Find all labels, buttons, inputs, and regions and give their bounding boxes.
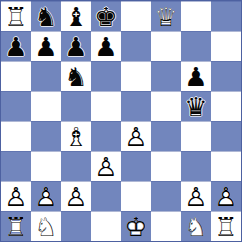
square-c2[interactable]: ♟♙ (61, 181, 91, 211)
square-f5[interactable] (151, 91, 181, 121)
black-pawn-glyph: ♟ (1, 32, 31, 62)
white-pawn-outline: ♙ (91, 152, 121, 182)
white-bishop-outline: ♗ (61, 122, 91, 152)
square-c6[interactable]: ♞ (61, 61, 91, 91)
square-d5[interactable] (91, 91, 121, 121)
square-g5[interactable]: ♛ (181, 91, 211, 121)
square-g1[interactable]: ♞♘ (181, 211, 211, 241)
white-knight-outline: ♘ (181, 212, 211, 242)
white-pawn-outline: ♙ (181, 182, 211, 212)
chess-board-screenshot: ♜♖♞♝♚♛♕♟♟♟♟♞♟♛♝♗♟♙♟♙♟♙♟♙♟♙♟♙♟♙♜♖♞♘♚♔♞♘♜♖ (0, 0, 242, 242)
square-a7[interactable]: ♟ (1, 31, 31, 61)
white-pawn-outline: ♙ (31, 182, 61, 212)
white-queen[interactable]: ♛♕ (151, 1, 181, 31)
chess-board: ♜♖♞♝♚♛♕♟♟♟♟♞♟♛♝♗♟♙♟♙♟♙♟♙♟♙♟♙♟♙♜♖♞♘♚♔♞♘♜♖ (0, 0, 242, 242)
square-h6[interactable] (211, 61, 241, 91)
white-rook-outline: ♖ (1, 2, 31, 32)
square-f8[interactable]: ♛♕ (151, 1, 181, 31)
square-c4[interactable]: ♝♗ (61, 121, 91, 151)
square-b2[interactable]: ♟♙ (31, 181, 61, 211)
white-pawn[interactable]: ♟♙ (181, 181, 211, 211)
square-c1[interactable] (61, 211, 91, 241)
square-e3[interactable] (121, 151, 151, 181)
square-d2[interactable] (91, 181, 121, 211)
square-h2[interactable]: ♟♙ (211, 181, 241, 211)
white-rook[interactable]: ♜♖ (1, 1, 31, 31)
square-a2[interactable]: ♟♙ (1, 181, 31, 211)
black-queen[interactable]: ♛ (181, 91, 211, 121)
square-f2[interactable] (151, 181, 181, 211)
square-d7[interactable]: ♟ (91, 31, 121, 61)
white-king[interactable]: ♚♔ (121, 211, 151, 241)
square-g6[interactable]: ♟ (181, 61, 211, 91)
square-f6[interactable] (151, 61, 181, 91)
square-e4[interactable]: ♟♙ (121, 121, 151, 151)
black-pawn[interactable]: ♟ (91, 31, 121, 61)
square-a6[interactable] (1, 61, 31, 91)
black-bishop[interactable]: ♝ (61, 1, 91, 31)
white-pawn[interactable]: ♟♙ (121, 121, 151, 151)
square-d1[interactable] (91, 211, 121, 241)
square-h1[interactable]: ♜♖ (211, 211, 241, 241)
white-knight[interactable]: ♞♘ (31, 211, 61, 241)
square-f4[interactable] (151, 121, 181, 151)
square-b7[interactable]: ♟ (31, 31, 61, 61)
square-a3[interactable] (1, 151, 31, 181)
square-e5[interactable] (121, 91, 151, 121)
white-pawn-outline: ♙ (61, 182, 91, 212)
white-queen-outline: ♕ (151, 2, 181, 32)
black-king[interactable]: ♚ (91, 1, 121, 31)
square-g2[interactable]: ♟♙ (181, 181, 211, 211)
square-c8[interactable]: ♝ (61, 1, 91, 31)
white-bishop[interactable]: ♝♗ (61, 121, 91, 151)
square-e8[interactable] (121, 1, 151, 31)
white-rook-outline: ♖ (211, 212, 241, 242)
square-g4[interactable] (181, 121, 211, 151)
square-d4[interactable] (91, 121, 121, 151)
white-pawn[interactable]: ♟♙ (211, 181, 241, 211)
square-d8[interactable]: ♚ (91, 1, 121, 31)
square-c3[interactable] (61, 151, 91, 181)
square-c5[interactable] (61, 91, 91, 121)
white-pawn[interactable]: ♟♙ (31, 181, 61, 211)
black-knight[interactable]: ♞ (61, 61, 91, 91)
square-a4[interactable] (1, 121, 31, 151)
black-knight-glyph: ♞ (61, 62, 91, 92)
square-a5[interactable] (1, 91, 31, 121)
square-a1[interactable]: ♜♖ (1, 211, 31, 241)
square-g8[interactable] (181, 1, 211, 31)
square-f1[interactable] (151, 211, 181, 241)
square-e1[interactable]: ♚♔ (121, 211, 151, 241)
white-knight-outline: ♘ (31, 212, 61, 242)
white-pawn[interactable]: ♟♙ (1, 181, 31, 211)
square-b1[interactable]: ♞♘ (31, 211, 61, 241)
square-e6[interactable] (121, 61, 151, 91)
square-d6[interactable] (91, 61, 121, 91)
square-h5[interactable] (211, 91, 241, 121)
square-g3[interactable] (181, 151, 211, 181)
black-queen-glyph: ♛ (181, 92, 211, 122)
white-king-outline: ♔ (121, 212, 151, 242)
square-h3[interactable] (211, 151, 241, 181)
black-pawn[interactable]: ♟ (181, 61, 211, 91)
black-pawn-glyph: ♟ (181, 62, 211, 92)
square-b5[interactable] (31, 91, 61, 121)
black-pawn-glyph: ♟ (31, 32, 61, 62)
white-rook[interactable]: ♜♖ (1, 211, 31, 241)
square-h4[interactable] (211, 121, 241, 151)
white-rook[interactable]: ♜♖ (211, 211, 241, 241)
square-h7[interactable] (211, 31, 241, 61)
black-pawn[interactable]: ♟ (61, 31, 91, 61)
white-rook-outline: ♖ (1, 212, 31, 242)
square-e2[interactable] (121, 181, 151, 211)
white-pawn[interactable]: ♟♙ (61, 181, 91, 211)
black-pawn[interactable]: ♟ (1, 31, 31, 61)
square-f3[interactable] (151, 151, 181, 181)
square-h8[interactable] (211, 1, 241, 31)
white-pawn-outline: ♙ (1, 182, 31, 212)
square-b4[interactable] (31, 121, 61, 151)
white-knight[interactable]: ♞♘ (181, 211, 211, 241)
square-g7[interactable] (181, 31, 211, 61)
black-bishop-glyph: ♝ (61, 2, 91, 32)
square-d3[interactable]: ♟♙ (91, 151, 121, 181)
square-b8[interactable]: ♞ (31, 1, 61, 31)
black-pawn-glyph: ♟ (61, 32, 91, 62)
square-c7[interactable]: ♟ (61, 31, 91, 61)
white-pawn[interactable]: ♟♙ (91, 151, 121, 181)
square-a8[interactable]: ♜♖ (1, 1, 31, 31)
black-knight[interactable]: ♞ (31, 1, 61, 31)
square-b6[interactable] (31, 61, 61, 91)
black-king-glyph: ♚ (91, 2, 121, 32)
white-pawn-outline: ♙ (211, 182, 241, 212)
square-b3[interactable] (31, 151, 61, 181)
square-f7[interactable] (151, 31, 181, 61)
white-pawn-outline: ♙ (121, 122, 151, 152)
black-pawn[interactable]: ♟ (31, 31, 61, 61)
black-knight-glyph: ♞ (31, 2, 61, 32)
square-e7[interactable] (121, 31, 151, 61)
black-pawn-glyph: ♟ (91, 32, 121, 62)
